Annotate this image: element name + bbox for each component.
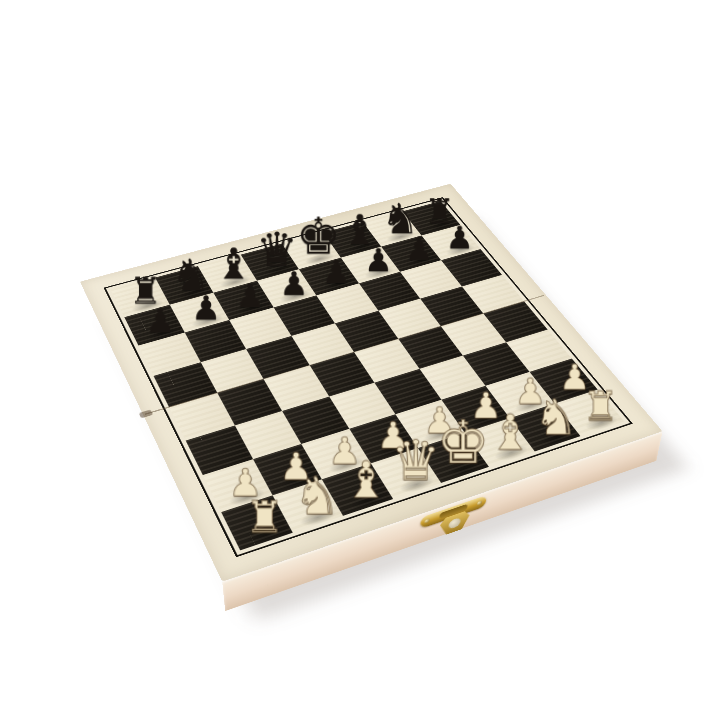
hinge-notch xyxy=(139,409,154,418)
chess-board: ♜♞♝♛♚♝♞♜♟♟♟♟♟♟♟♟♟♟♟♟♟♟♟♟♜♞♝♛♚♝♞♜ xyxy=(80,184,663,582)
product-photo-scene: ♜♞♝♛♚♝♞♜♟♟♟♟♟♟♟♟♟♟♟♟♟♟♟♟♜♞♝♛♚♝♞♜ xyxy=(0,0,720,720)
piece-black-pawn-a7[interactable]: ♟ xyxy=(131,304,190,338)
clasp-screw-icon xyxy=(477,500,482,505)
clasp-hole xyxy=(448,517,460,530)
piece-white-rook-a1[interactable]: ♜ xyxy=(231,496,300,540)
clasp-screw-icon xyxy=(424,518,429,523)
chess-case: ♜♞♝♛♚♝♞♜♟♟♟♟♟♟♟♟♟♟♟♟♟♟♟♟♜♞♝♛♚♝♞♜ xyxy=(80,184,663,582)
